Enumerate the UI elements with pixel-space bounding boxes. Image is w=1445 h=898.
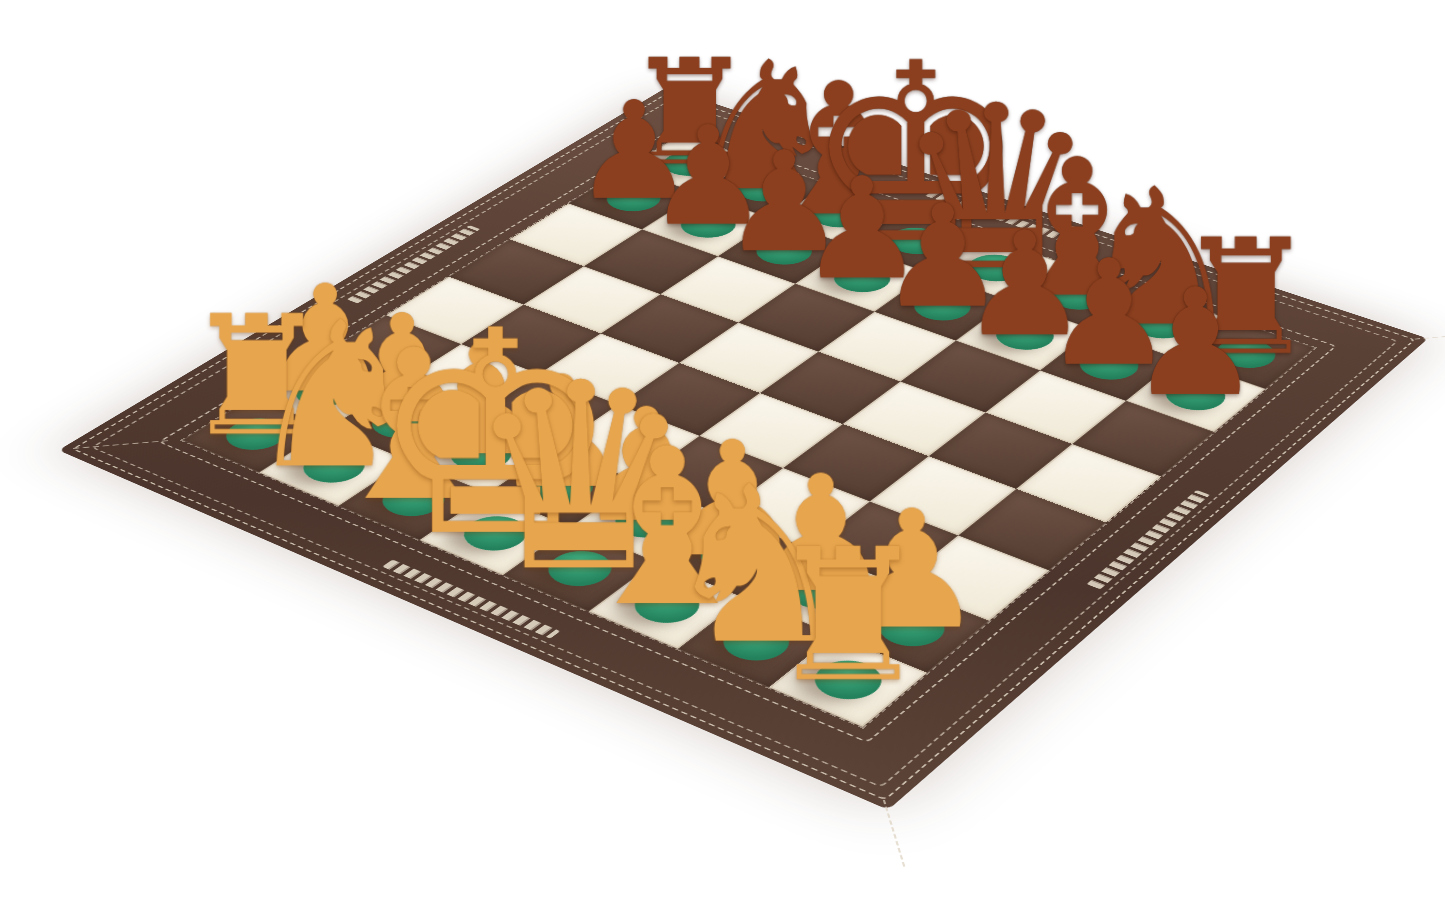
piece-light-rook[interactable]: ♜: [767, 525, 930, 707]
chess-board-mat: ♜♞♝♚♛♝♞♜♟♟♟♟♟♟♟♟♟♟♟♟♟♟♟♟♜♞♝♚♛♝♞♜: [58, 88, 1428, 810]
corner-seam: [1414, 332, 1445, 340]
square-h1[interactable]: ♜: [769, 635, 928, 727]
piece-dark-pawn[interactable]: ♟: [1129, 269, 1262, 417]
chess-board: ♜♞♝♚♛♝♞♜♟♟♟♟♟♟♟♟♟♟♟♟♟♟♟♟♜♞♝♚♛♝♞♜: [183, 135, 1315, 727]
corner-seam: [73, 440, 168, 449]
corner-seam: [883, 800, 906, 867]
scene: ♜♞♝♚♛♝♞♜♟♟♟♟♟♟♟♟♟♟♟♟♟♟♟♟♜♞♝♚♛♝♞♜: [0, 0, 1445, 898]
